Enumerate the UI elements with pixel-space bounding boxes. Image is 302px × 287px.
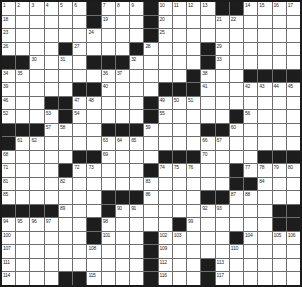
cell-r19c12[interactable]: 109 <box>159 245 172 258</box>
cell-r2c3[interactable] <box>30 16 43 29</box>
cell-r21c7[interactable]: 115 <box>87 272 100 285</box>
cell-r3c19[interactable] <box>258 29 271 42</box>
cell-r7c18[interactable]: 42 <box>244 83 257 96</box>
cell-r13c16[interactable] <box>216 164 229 177</box>
cell-r6c9[interactable]: 37 <box>116 70 129 83</box>
cell-r16c16[interactable]: 93 <box>216 205 229 218</box>
cell-r10c14[interactable] <box>187 124 200 137</box>
cell-r18c3[interactable] <box>30 232 43 245</box>
cell-r11c4[interactable] <box>45 137 58 150</box>
cell-r3c8[interactable] <box>102 29 115 42</box>
cell-r12c1[interactable]: 68 <box>2 151 15 164</box>
cell-r19c1[interactable]: 107 <box>2 245 15 258</box>
cell-r16c11[interactable] <box>144 205 157 218</box>
cell-r6c8[interactable]: 36 <box>102 70 115 83</box>
cell-r11c5[interactable] <box>59 137 72 150</box>
cell-r7c17[interactable] <box>230 83 243 96</box>
cell-r4c9[interactable] <box>116 43 129 56</box>
cell-r16c12[interactable] <box>159 205 172 218</box>
cell-r20c6[interactable] <box>73 259 86 272</box>
cell-r18c15[interactable] <box>201 232 214 245</box>
cell-r4c19[interactable] <box>258 43 271 56</box>
cell-r16c13[interactable] <box>173 205 186 218</box>
cell-r8c20[interactable] <box>273 97 286 110</box>
cell-r10c18[interactable] <box>244 124 257 137</box>
cell-r2c5[interactable] <box>59 16 72 29</box>
cell-r20c16[interactable]: 113 <box>216 259 229 272</box>
cell-r4c6[interactable]: 27 <box>73 43 86 56</box>
cell-r11c10[interactable]: 65 <box>130 137 143 150</box>
cell-r18c13[interactable]: 103 <box>173 232 186 245</box>
cell-r7c5[interactable] <box>59 83 72 96</box>
cell-r13c7[interactable]: 73 <box>87 164 100 177</box>
cell-r14c14[interactable] <box>187 178 200 191</box>
cell-r11c6[interactable] <box>73 137 86 150</box>
cell-r18c10[interactable] <box>130 232 143 245</box>
cell-r5c4[interactable] <box>45 56 58 69</box>
cell-r17c11[interactable] <box>144 218 157 231</box>
cell-r18c18[interactable]: 104 <box>244 232 257 245</box>
cell-r19c16[interactable] <box>216 245 229 258</box>
cell-r18c20[interactable]: 105 <box>273 232 286 245</box>
cell-r2c9[interactable] <box>116 16 129 29</box>
cell-r15c14[interactable] <box>187 191 200 204</box>
cell-r3c5[interactable] <box>59 29 72 42</box>
cell-r20c1[interactable]: 111 <box>2 259 15 272</box>
cell-r21c8[interactable] <box>102 272 115 285</box>
cell-r15c17[interactable]: 87 <box>230 191 243 204</box>
cell-r1c1[interactable]: 1 <box>2 2 15 15</box>
cell-r16c10[interactable]: 91 <box>130 205 143 218</box>
cell-r14c9[interactable] <box>116 178 129 191</box>
cell-r18c9[interactable] <box>116 232 129 245</box>
cell-r18c1[interactable]: 100 <box>2 232 15 245</box>
cell-r20c21[interactable] <box>287 259 300 272</box>
cell-r12c8[interactable]: 69 <box>102 151 115 164</box>
cell-r19c6[interactable] <box>73 245 86 258</box>
cell-r7c3[interactable] <box>30 83 43 96</box>
cell-r10c5[interactable]: 58 <box>59 124 72 137</box>
cell-r8c15[interactable] <box>201 97 214 110</box>
cell-r10c21[interactable] <box>287 124 300 137</box>
cell-r16c9[interactable]: 90 <box>116 205 129 218</box>
cell-r17c17[interactable] <box>230 218 243 231</box>
cell-r10c20[interactable] <box>273 124 286 137</box>
cell-r10c11[interactable]: 59 <box>144 124 157 137</box>
cell-r3c4[interactable] <box>45 29 58 42</box>
cell-r14c4[interactable] <box>45 178 58 191</box>
cell-r13c15[interactable] <box>201 164 214 177</box>
cell-r9c12[interactable]: 55 <box>159 110 172 123</box>
cell-r1c9[interactable]: 8 <box>116 2 129 15</box>
cell-r14c11[interactable]: 83 <box>144 178 157 191</box>
cell-r1c4[interactable]: 4 <box>45 2 58 15</box>
cell-r9c3[interactable] <box>30 110 43 123</box>
cell-r9c4[interactable]: 53 <box>45 110 58 123</box>
cell-r2c1[interactable]: 18 <box>2 16 15 29</box>
cell-r2c10[interactable] <box>130 16 143 29</box>
cell-r11c20[interactable] <box>273 137 286 150</box>
cell-r7c1[interactable]: 39 <box>2 83 15 96</box>
cell-r18c4[interactable] <box>45 232 58 245</box>
cell-r21c17[interactable] <box>230 272 243 285</box>
cell-r9c14[interactable] <box>187 110 200 123</box>
cell-r3c14[interactable] <box>187 29 200 42</box>
cell-r6c7[interactable] <box>87 70 100 83</box>
cell-r2c14[interactable] <box>187 16 200 29</box>
cell-r14c16[interactable] <box>216 178 229 191</box>
cell-r20c10[interactable] <box>130 259 143 272</box>
cell-r10c4[interactable]: 57 <box>45 124 58 137</box>
cell-r19c15[interactable] <box>201 245 214 258</box>
cell-r3c16[interactable] <box>216 29 229 42</box>
cell-r4c14[interactable] <box>187 43 200 56</box>
cell-r7c8[interactable]: 40 <box>102 83 115 96</box>
cell-r6c1[interactable]: 34 <box>2 70 15 83</box>
cell-r21c18[interactable] <box>244 272 257 285</box>
cell-r14c15[interactable] <box>201 178 214 191</box>
cell-r9c1[interactable]: 52 <box>2 110 15 123</box>
cell-r17c1[interactable]: 94 <box>2 218 15 231</box>
cell-r1c3[interactable]: 3 <box>30 2 43 15</box>
cell-r8c8[interactable] <box>102 97 115 110</box>
cell-r1c12[interactable]: 10 <box>159 2 172 15</box>
cell-r13c6[interactable]: 72 <box>73 164 86 177</box>
cell-r7c11[interactable] <box>144 83 157 96</box>
cell-r12c16[interactable] <box>216 151 229 164</box>
cell-r11c11[interactable] <box>144 137 157 150</box>
cell-r2c21[interactable] <box>287 16 300 29</box>
cell-r11c9[interactable]: 64 <box>116 137 129 150</box>
cell-r5c18[interactable] <box>244 56 257 69</box>
cell-r15c13[interactable] <box>173 191 186 204</box>
cell-r8c21[interactable] <box>287 97 300 110</box>
cell-r12c2[interactable] <box>16 151 29 164</box>
cell-r8c1[interactable]: 46 <box>2 97 15 110</box>
cell-r8c3[interactable] <box>30 97 43 110</box>
cell-r5c17[interactable] <box>230 56 243 69</box>
cell-r19c17[interactable]: 110 <box>230 245 243 258</box>
cell-r3c17[interactable] <box>230 29 243 42</box>
cell-r16c17[interactable] <box>230 205 243 218</box>
cell-r11c18[interactable] <box>244 137 257 150</box>
cell-r20c4[interactable] <box>45 259 58 272</box>
cell-r10c19[interactable] <box>258 124 271 137</box>
cell-r19c4[interactable] <box>45 245 58 258</box>
cell-r16c15[interactable]: 92 <box>201 205 214 218</box>
cell-r8c16[interactable] <box>216 97 229 110</box>
cell-r11c2[interactable]: 61 <box>16 137 29 150</box>
cell-r21c2[interactable] <box>16 272 29 285</box>
cell-r9c6[interactable]: 54 <box>73 110 86 123</box>
cell-r15c20[interactable] <box>273 191 286 204</box>
cell-r5c20[interactable] <box>273 56 286 69</box>
cell-r8c2[interactable] <box>16 97 29 110</box>
cell-r3c18[interactable] <box>244 29 257 42</box>
cell-r13c8[interactable] <box>102 164 115 177</box>
cell-r17c4[interactable]: 97 <box>45 218 58 231</box>
cell-r1c20[interactable]: 16 <box>273 2 286 15</box>
cell-r7c10[interactable] <box>130 83 143 96</box>
cell-r2c18[interactable] <box>244 16 257 29</box>
cell-r20c5[interactable] <box>59 259 72 272</box>
cell-r12c10[interactable] <box>130 151 143 164</box>
cell-r8c17[interactable] <box>230 97 243 110</box>
cell-r5c14[interactable] <box>187 56 200 69</box>
cell-r3c21[interactable] <box>287 29 300 42</box>
cell-r19c3[interactable] <box>30 245 43 258</box>
cell-r13c19[interactable]: 78 <box>258 164 271 177</box>
cell-r20c14[interactable] <box>187 259 200 272</box>
cell-r8c9[interactable] <box>116 97 129 110</box>
cell-r1c6[interactable]: 6 <box>73 2 86 15</box>
cell-r14c2[interactable] <box>16 178 29 191</box>
cell-r8c7[interactable]: 48 <box>87 97 100 110</box>
cell-r1c19[interactable]: 15 <box>258 2 271 15</box>
cell-r4c3[interactable] <box>30 43 43 56</box>
cell-r7c15[interactable]: 41 <box>201 83 214 96</box>
cell-r3c20[interactable] <box>273 29 286 42</box>
cell-r6c13[interactable] <box>173 70 186 83</box>
cell-r19c18[interactable] <box>244 245 257 258</box>
cell-r17c12[interactable] <box>159 218 172 231</box>
cell-r7c19[interactable]: 43 <box>258 83 271 96</box>
cell-r3c13[interactable] <box>173 29 186 42</box>
cell-r18c21[interactable]: 106 <box>287 232 300 245</box>
cell-r12c9[interactable] <box>116 151 129 164</box>
cell-r14c3[interactable] <box>30 178 43 191</box>
cell-r7c9[interactable] <box>116 83 129 96</box>
cell-r6c16[interactable] <box>216 70 229 83</box>
cell-r9c16[interactable] <box>216 110 229 123</box>
cell-r1c14[interactable]: 12 <box>187 2 200 15</box>
cell-r18c5[interactable] <box>59 232 72 245</box>
cell-r9c8[interactable] <box>102 110 115 123</box>
cell-r12c3[interactable] <box>30 151 43 164</box>
cell-r2c15[interactable] <box>201 16 214 29</box>
cell-r14c20[interactable] <box>273 178 286 191</box>
cell-r3c2[interactable] <box>16 29 29 42</box>
cell-r21c16[interactable]: 117 <box>216 272 229 285</box>
cell-r14c5[interactable]: 82 <box>59 178 72 191</box>
cell-r9c21[interactable] <box>287 110 300 123</box>
cell-r17c10[interactable] <box>130 218 143 231</box>
cell-r19c10[interactable] <box>130 245 143 258</box>
cell-r6c12[interactable] <box>159 70 172 83</box>
cell-r1c18[interactable]: 14 <box>244 2 257 15</box>
cell-r18c12[interactable]: 102 <box>159 232 172 245</box>
cell-r4c20[interactable] <box>273 43 286 56</box>
cell-r7c4[interactable] <box>45 83 58 96</box>
cell-r17c3[interactable]: 96 <box>30 218 43 231</box>
cell-r15c5[interactable] <box>59 191 72 204</box>
cell-r2c17[interactable]: 22 <box>230 16 243 29</box>
cell-r10c12[interactable] <box>159 124 172 137</box>
cell-r19c2[interactable] <box>16 245 29 258</box>
cell-r13c10[interactable] <box>130 164 143 177</box>
cell-r19c9[interactable] <box>116 245 129 258</box>
cell-r18c6[interactable] <box>73 232 86 245</box>
cell-r18c8[interactable]: 101 <box>102 232 115 245</box>
cell-r20c2[interactable] <box>16 259 29 272</box>
cell-r6c3[interactable] <box>30 70 43 83</box>
cell-r8c18[interactable] <box>244 97 257 110</box>
cell-r4c8[interactable] <box>102 43 115 56</box>
cell-r15c2[interactable] <box>16 191 29 204</box>
cell-r11c21[interactable] <box>287 137 300 150</box>
cell-r15c11[interactable]: 86 <box>144 191 157 204</box>
cell-r16c7[interactable] <box>87 205 100 218</box>
cell-r2c4[interactable] <box>45 16 58 29</box>
cell-r9c9[interactable] <box>116 110 129 123</box>
cell-r7c16[interactable] <box>216 83 229 96</box>
cell-r4c21[interactable] <box>287 43 300 56</box>
cell-r13c9[interactable] <box>116 164 129 177</box>
cell-r4c12[interactable] <box>159 43 172 56</box>
cell-r5c6[interactable] <box>73 56 86 69</box>
cell-r14c1[interactable]: 81 <box>2 178 15 191</box>
cell-r11c7[interactable] <box>87 137 100 150</box>
cell-r14c10[interactable] <box>130 178 143 191</box>
cell-r10c7[interactable] <box>87 124 100 137</box>
cell-r8c14[interactable]: 51 <box>187 97 200 110</box>
cell-r15c18[interactable]: 88 <box>244 191 257 204</box>
cell-r10c13[interactable] <box>173 124 186 137</box>
cell-r2c20[interactable] <box>273 16 286 29</box>
cell-r17c6[interactable] <box>73 218 86 231</box>
cell-r11c13[interactable] <box>173 137 186 150</box>
cell-r21c9[interactable] <box>116 272 129 285</box>
cell-r7c2[interactable] <box>16 83 29 96</box>
cell-r11c8[interactable]: 63 <box>102 137 115 150</box>
cell-r21c4[interactable] <box>45 272 58 285</box>
cell-r9c10[interactable] <box>130 110 143 123</box>
cell-r3c3[interactable] <box>30 29 43 42</box>
cell-r19c20[interactable] <box>273 245 286 258</box>
cell-r16c18[interactable] <box>244 205 257 218</box>
cell-r18c2[interactable] <box>16 232 29 245</box>
cell-r9c19[interactable] <box>258 110 271 123</box>
cell-r2c8[interactable]: 19 <box>102 16 115 29</box>
cell-r4c7[interactable] <box>87 43 100 56</box>
cell-r1c15[interactable]: 13 <box>201 2 214 15</box>
cell-r16c19[interactable] <box>258 205 271 218</box>
cell-r5c10[interactable]: 32 <box>130 56 143 69</box>
cell-r21c19[interactable] <box>258 272 271 285</box>
cell-r14c8[interactable] <box>102 178 115 191</box>
cell-r14c13[interactable] <box>173 178 186 191</box>
cell-r11c3[interactable]: 62 <box>30 137 43 150</box>
cell-r21c14[interactable] <box>187 272 200 285</box>
cell-r19c7[interactable]: 108 <box>87 245 100 258</box>
cell-r21c1[interactable]: 114 <box>2 272 15 285</box>
cell-r6c10[interactable] <box>130 70 143 83</box>
cell-r17c16[interactable] <box>216 218 229 231</box>
cell-r14c6[interactable] <box>73 178 86 191</box>
cell-r15c7[interactable] <box>87 191 100 204</box>
cell-r1c21[interactable]: 17 <box>287 2 300 15</box>
cell-r10c17[interactable]: 60 <box>230 124 243 137</box>
cell-r13c12[interactable]: 74 <box>159 164 172 177</box>
cell-r1c8[interactable]: 7 <box>102 2 115 15</box>
cell-r20c3[interactable] <box>30 259 43 272</box>
cell-r15c12[interactable] <box>159 191 172 204</box>
cell-r3c10[interactable] <box>130 29 143 42</box>
cell-r17c19[interactable] <box>258 218 271 231</box>
cell-r7c21[interactable]: 45 <box>287 83 300 96</box>
cell-r11c12[interactable] <box>159 137 172 150</box>
cell-r8c6[interactable]: 47 <box>73 97 86 110</box>
cell-r4c11[interactable]: 28 <box>144 43 157 56</box>
cell-r5c12[interactable] <box>159 56 172 69</box>
cell-r17c2[interactable]: 95 <box>16 218 29 231</box>
cell-r2c12[interactable]: 20 <box>159 16 172 29</box>
cell-r8c13[interactable]: 50 <box>173 97 186 110</box>
cell-r12c5[interactable] <box>59 151 72 164</box>
cell-r20c12[interactable]: 112 <box>159 259 172 272</box>
cell-r2c13[interactable] <box>173 16 186 29</box>
cell-r2c6[interactable] <box>73 16 86 29</box>
cell-r20c13[interactable] <box>173 259 186 272</box>
cell-r17c9[interactable] <box>116 218 129 231</box>
cell-r1c5[interactable]: 5 <box>59 2 72 15</box>
cell-r4c1[interactable]: 26 <box>2 43 15 56</box>
cell-r9c20[interactable] <box>273 110 286 123</box>
cell-r20c18[interactable] <box>244 259 257 272</box>
cell-r8c19[interactable] <box>258 97 271 110</box>
cell-r3c6[interactable] <box>73 29 86 42</box>
cell-r4c16[interactable]: 29 <box>216 43 229 56</box>
cell-r11c17[interactable] <box>230 137 243 150</box>
cell-r3c9[interactable] <box>116 29 129 42</box>
cell-r17c18[interactable] <box>244 218 257 231</box>
cell-r19c8[interactable] <box>102 245 115 258</box>
cell-r21c20[interactable] <box>273 272 286 285</box>
cell-r12c4[interactable] <box>45 151 58 164</box>
cell-r20c7[interactable] <box>87 259 100 272</box>
cell-r9c13[interactable] <box>173 110 186 123</box>
cell-r18c19[interactable] <box>258 232 271 245</box>
cell-r13c4[interactable] <box>45 164 58 177</box>
cell-r6c4[interactable] <box>45 70 58 83</box>
cell-r14c7[interactable] <box>87 178 100 191</box>
cell-r16c14[interactable] <box>187 205 200 218</box>
cell-r5c21[interactable] <box>287 56 300 69</box>
cell-r1c13[interactable]: 11 <box>173 2 186 15</box>
cell-r8c12[interactable]: 49 <box>159 97 172 110</box>
cell-r13c14[interactable]: 76 <box>187 164 200 177</box>
cell-r4c4[interactable] <box>45 43 58 56</box>
cell-r6c17[interactable] <box>230 70 243 83</box>
cell-r6c15[interactable]: 38 <box>201 70 214 83</box>
cell-r4c17[interactable] <box>230 43 243 56</box>
cell-r11c15[interactable]: 66 <box>201 137 214 150</box>
cell-r13c20[interactable]: 79 <box>273 164 286 177</box>
cell-r6c5[interactable] <box>59 70 72 83</box>
cell-r13c3[interactable] <box>30 164 43 177</box>
cell-r4c13[interactable] <box>173 43 186 56</box>
cell-r20c17[interactable] <box>230 259 243 272</box>
cell-r6c6[interactable] <box>73 70 86 83</box>
cell-r6c11[interactable] <box>144 70 157 83</box>
cell-r7c20[interactable]: 44 <box>273 83 286 96</box>
cell-r13c2[interactable] <box>16 164 29 177</box>
cell-r17c5[interactable] <box>59 218 72 231</box>
cell-r5c3[interactable]: 30 <box>30 56 43 69</box>
cell-r11c19[interactable] <box>258 137 271 150</box>
cell-r19c14[interactable] <box>187 245 200 258</box>
cell-r13c21[interactable]: 80 <box>287 164 300 177</box>
